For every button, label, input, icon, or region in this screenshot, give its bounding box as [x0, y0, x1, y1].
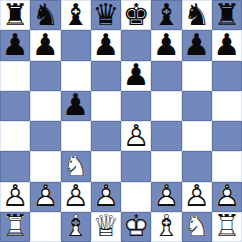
square-c6[interactable]: [61, 61, 91, 91]
piece-white-pawn-e4[interactable]: ♟♙: [121, 121, 151, 151]
piece-white-rook-h1[interactable]: ♜♖: [212, 212, 242, 242]
piece-white-pawn-f2[interactable]: ♟♙: [151, 182, 181, 212]
square-b3[interactable]: [30, 151, 60, 181]
square-c4[interactable]: [61, 121, 91, 151]
white-pawn-icon: ♙: [91, 182, 121, 212]
square-d5[interactable]: [91, 91, 121, 121]
black-queen-icon: ♛: [91, 0, 121, 30]
square-g7[interactable]: ♟: [182, 30, 212, 60]
white-pawn-icon: ♙: [121, 121, 151, 151]
square-e3[interactable]: [121, 151, 151, 181]
square-d8[interactable]: ♛: [91, 0, 121, 30]
white-king-icon: ♔: [121, 212, 151, 242]
white-rook-icon: ♖: [0, 212, 30, 242]
black-pawn-icon: ♟: [182, 30, 212, 60]
piece-white-rook-a1[interactable]: ♜♖: [0, 212, 30, 242]
square-e4[interactable]: ♟♙: [121, 121, 151, 151]
square-g1[interactable]: ♞♘: [182, 212, 212, 242]
black-pawn-icon: ♟: [61, 91, 91, 121]
white-bishop-icon: ♗: [61, 212, 91, 242]
piece-white-knight-g1[interactable]: ♞♘: [182, 212, 212, 242]
piece-black-bishop-c8[interactable]: ♝: [61, 0, 91, 30]
piece-white-pawn-b2[interactable]: ♟♙: [30, 182, 60, 212]
square-g8[interactable]: ♞: [182, 0, 212, 30]
square-d1[interactable]: ♛♕: [91, 212, 121, 242]
square-f8[interactable]: ♝: [151, 0, 181, 30]
white-pawn-icon: ♙: [0, 182, 30, 212]
white-pawn-icon: ♙: [30, 182, 60, 212]
square-a3[interactable]: [0, 151, 30, 181]
square-b4[interactable]: [30, 121, 60, 151]
square-f5[interactable]: [151, 91, 181, 121]
square-d3[interactable]: [91, 151, 121, 181]
square-a4[interactable]: [0, 121, 30, 151]
black-rook-icon: ♜: [212, 0, 242, 30]
square-e6[interactable]: ♟: [121, 61, 151, 91]
piece-black-pawn-g7[interactable]: ♟: [182, 30, 212, 60]
black-king-icon: ♚: [121, 0, 151, 30]
piece-black-pawn-h7[interactable]: ♟: [212, 30, 242, 60]
white-pawn-icon: ♙: [212, 182, 242, 212]
square-f4[interactable]: [151, 121, 181, 151]
square-a2[interactable]: ♟♙: [0, 182, 30, 212]
square-a6[interactable]: [0, 61, 30, 91]
piece-white-bishop-f1[interactable]: ♝♗: [151, 212, 181, 242]
square-h2[interactable]: ♟♙: [212, 182, 242, 212]
piece-black-pawn-d7[interactable]: ♟: [91, 30, 121, 60]
piece-black-king-e8[interactable]: ♚: [121, 0, 151, 30]
square-a7[interactable]: ♟: [0, 30, 30, 60]
black-pawn-icon: ♟: [151, 30, 181, 60]
square-b7[interactable]: ♟: [30, 30, 60, 60]
square-g4[interactable]: [182, 121, 212, 151]
square-h4[interactable]: [212, 121, 242, 151]
piece-black-queen-d8[interactable]: ♛: [91, 0, 121, 30]
piece-white-king-e1[interactable]: ♚♔: [121, 212, 151, 242]
square-c7[interactable]: [61, 30, 91, 60]
square-h8[interactable]: ♜: [212, 0, 242, 30]
square-f1[interactable]: ♝♗: [151, 212, 181, 242]
black-bishop-icon: ♝: [151, 0, 181, 30]
square-e8[interactable]: ♚: [121, 0, 151, 30]
black-pawn-icon: ♟: [212, 30, 242, 60]
square-d7[interactable]: ♟: [91, 30, 121, 60]
piece-black-knight-b8[interactable]: ♞: [30, 0, 60, 30]
white-queen-icon: ♕: [91, 212, 121, 242]
square-b6[interactable]: [30, 61, 60, 91]
square-b8[interactable]: ♞: [30, 0, 60, 30]
white-rook-icon: ♖: [212, 212, 242, 242]
square-h5[interactable]: [212, 91, 242, 121]
black-pawn-icon: ♟: [121, 61, 151, 91]
black-knight-icon: ♞: [30, 0, 60, 30]
square-h1[interactable]: ♜♖: [212, 212, 242, 242]
piece-white-pawn-d2[interactable]: ♟♙: [91, 182, 121, 212]
square-e1[interactable]: ♚♔: [121, 212, 151, 242]
square-e5[interactable]: [121, 91, 151, 121]
square-b2[interactable]: ♟♙: [30, 182, 60, 212]
piece-white-bishop-c1[interactable]: ♝♗: [61, 212, 91, 242]
square-g2[interactable]: ♟♙: [182, 182, 212, 212]
piece-white-pawn-a2[interactable]: ♟♙: [0, 182, 30, 212]
square-d4[interactable]: [91, 121, 121, 151]
black-rook-icon: ♜: [0, 0, 30, 30]
square-f2[interactable]: ♟♙: [151, 182, 181, 212]
square-c2[interactable]: ♟♙: [61, 182, 91, 212]
square-a1[interactable]: ♜♖: [0, 212, 30, 242]
square-e7[interactable]: [121, 30, 151, 60]
square-f3[interactable]: [151, 151, 181, 181]
piece-black-knight-g8[interactable]: ♞: [182, 0, 212, 30]
piece-black-pawn-b7[interactable]: ♟: [30, 30, 60, 60]
black-pawn-icon: ♟: [0, 30, 30, 60]
piece-black-rook-a8[interactable]: ♜: [0, 0, 30, 30]
square-g6[interactable]: [182, 61, 212, 91]
square-h3[interactable]: [212, 151, 242, 181]
black-pawn-icon: ♟: [91, 30, 121, 60]
white-knight-icon: ♘: [61, 151, 91, 181]
white-pawn-icon: ♙: [151, 182, 181, 212]
square-c1[interactable]: ♝♗: [61, 212, 91, 242]
piece-white-pawn-g2[interactable]: ♟♙: [182, 182, 212, 212]
square-a5[interactable]: [0, 91, 30, 121]
square-c8[interactable]: ♝: [61, 0, 91, 30]
piece-black-pawn-e6[interactable]: ♟: [121, 61, 151, 91]
square-f7[interactable]: ♟: [151, 30, 181, 60]
piece-white-knight-c3[interactable]: ♞♘: [61, 151, 91, 181]
piece-black-rook-h8[interactable]: ♜: [212, 0, 242, 30]
piece-black-pawn-f7[interactable]: ♟: [151, 30, 181, 60]
piece-black-pawn-c5[interactable]: ♟: [61, 91, 91, 121]
chess-board: ♜♞♝♛♚♝♞♜♟♟♟♟♟♟♟♟♟♙♞♘♟♙♟♙♟♙♟♙♟♙♟♙♟♙♜♖♝♗♛♕…: [0, 0, 242, 242]
white-pawn-icon: ♙: [182, 182, 212, 212]
black-knight-icon: ♞: [182, 0, 212, 30]
square-c3[interactable]: ♞♘: [61, 151, 91, 181]
piece-white-pawn-c2[interactable]: ♟♙: [61, 182, 91, 212]
square-b5[interactable]: [30, 91, 60, 121]
piece-black-pawn-a7[interactable]: ♟: [0, 30, 30, 60]
square-c5[interactable]: ♟: [61, 91, 91, 121]
square-g5[interactable]: [182, 91, 212, 121]
square-a8[interactable]: ♜: [0, 0, 30, 30]
white-knight-icon: ♘: [182, 212, 212, 242]
square-h7[interactable]: ♟: [212, 30, 242, 60]
piece-white-pawn-h2[interactable]: ♟♙: [212, 182, 242, 212]
white-pawn-icon: ♙: [61, 182, 91, 212]
white-bishop-icon: ♗: [151, 212, 181, 242]
square-h6[interactable]: [212, 61, 242, 91]
black-pawn-icon: ♟: [30, 30, 60, 60]
square-d6[interactable]: [91, 61, 121, 91]
square-e2[interactable]: [121, 182, 151, 212]
square-g3[interactable]: [182, 151, 212, 181]
square-f6[interactable]: [151, 61, 181, 91]
black-bishop-icon: ♝: [61, 0, 91, 30]
piece-black-bishop-f8[interactable]: ♝: [151, 0, 181, 30]
square-b1[interactable]: [30, 212, 60, 242]
piece-white-queen-d1[interactable]: ♛♕: [91, 212, 121, 242]
square-d2[interactable]: ♟♙: [91, 182, 121, 212]
